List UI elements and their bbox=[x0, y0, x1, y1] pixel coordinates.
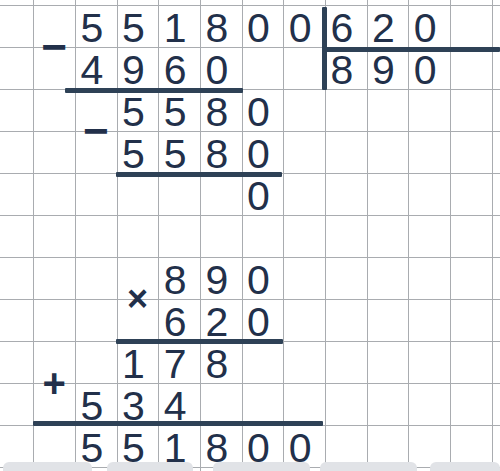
digit-cell-r3-c5: 8 bbox=[196, 92, 238, 134]
keyboard-key-partial[interactable] bbox=[430, 462, 500, 471]
digit-cell-r1-c4: 1 bbox=[154, 8, 196, 50]
keyboard-key-partial[interactable] bbox=[213, 462, 310, 471]
digit-cell-r2-c10: 0 bbox=[404, 50, 446, 92]
digit-cell-r8-c5: 2 bbox=[196, 302, 238, 344]
multiplication-underline bbox=[116, 339, 283, 344]
digit-cell-r5-c6: 0 bbox=[238, 176, 280, 218]
digit-cell-r4-c3: 5 bbox=[113, 134, 155, 176]
division-bracket-horizontal-line bbox=[325, 47, 500, 52]
keyboard-key-partial[interactable] bbox=[3, 462, 92, 471]
digit-cell-r1-c3: 5 bbox=[113, 8, 155, 50]
digit-cell-r9-c3: 1 bbox=[113, 344, 155, 386]
digit-cell-r1-c9: 2 bbox=[363, 8, 405, 50]
digit-cell-r9-c5: 8 bbox=[196, 344, 238, 386]
digit-cell-r2-c9: 9 bbox=[363, 50, 405, 92]
subtraction-underline-step-1 bbox=[65, 88, 243, 93]
grid-line-horizontal bbox=[0, 383, 500, 384]
subtraction-underline-step-2 bbox=[116, 172, 282, 177]
digit-cell-r1-c8: 6 bbox=[321, 8, 363, 50]
digit-cell-r2-c8: 8 bbox=[321, 50, 363, 92]
digit-cell-r2-c3: 9 bbox=[113, 50, 155, 92]
minus-sign-division-step-1: − bbox=[33, 26, 75, 68]
digit-cell-r4-c4: 5 bbox=[154, 134, 196, 176]
addition-sum-line bbox=[33, 421, 323, 426]
digit-cell-r7-c5: 9 bbox=[196, 260, 238, 302]
digit-cell-r7-c4: 8 bbox=[154, 260, 196, 302]
minus-sign-division-step-2: − bbox=[75, 110, 117, 152]
digit-cell-r3-c3: 5 bbox=[113, 92, 155, 134]
digit-cell-r1-c10: 0 bbox=[404, 8, 446, 50]
digit-cell-r2-c2: 4 bbox=[71, 50, 113, 92]
times-sign: × bbox=[117, 278, 159, 320]
grid-line-vertical bbox=[450, 0, 451, 471]
grid-line-vertical bbox=[242, 0, 243, 471]
squared-paper-worksheet: 5518006204960890558055800890620178534551… bbox=[0, 0, 500, 471]
keyboard-key-partial[interactable] bbox=[107, 462, 193, 471]
digit-cell-r1-c5: 8 bbox=[196, 8, 238, 50]
digit-cell-r4-c5: 8 bbox=[196, 134, 238, 176]
grid-line-vertical bbox=[283, 0, 284, 471]
digit-cell-r8-c6: 0 bbox=[238, 302, 280, 344]
digit-cell-r1-c7: 0 bbox=[279, 8, 321, 50]
digit-cell-r3-c4: 5 bbox=[154, 92, 196, 134]
digit-cell-r7-c6: 0 bbox=[238, 260, 280, 302]
grid-line-vertical bbox=[492, 0, 493, 471]
digit-cell-r9-c4: 7 bbox=[154, 344, 196, 386]
plus-sign: + bbox=[33, 362, 75, 404]
keyboard-key-partial[interactable] bbox=[320, 462, 417, 471]
digit-cell-r4-c6: 0 bbox=[238, 134, 280, 176]
digit-cell-r8-c4: 6 bbox=[154, 302, 196, 344]
digit-cell-r1-c2: 5 bbox=[71, 8, 113, 50]
digit-cell-r1-c6: 0 bbox=[238, 8, 280, 50]
digit-cell-r2-c5: 0 bbox=[196, 50, 238, 92]
digit-cell-r3-c6: 0 bbox=[238, 92, 280, 134]
digit-cell-r2-c4: 6 bbox=[154, 50, 196, 92]
